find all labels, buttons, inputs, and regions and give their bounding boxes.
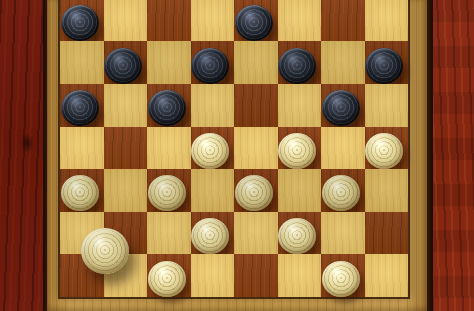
square-r6c2[interactable] [104, 169, 148, 212]
square-r2c4[interactable] [191, 0, 235, 41]
white-piece[interactable] [278, 218, 316, 254]
square-r5c3[interactable] [147, 127, 191, 170]
black-piece[interactable] [61, 90, 99, 126]
square-r6c7[interactable] [321, 169, 365, 212]
square-r4c6[interactable] [278, 84, 322, 127]
white-piece[interactable] [191, 218, 229, 254]
square-r2c7[interactable] [321, 0, 365, 41]
checkers-game-screen [0, 0, 474, 311]
square-r3c4[interactable] [191, 41, 235, 84]
white-piece[interactable] [235, 175, 273, 211]
square-r5c1[interactable] [60, 127, 104, 170]
square-r3c7[interactable] [321, 41, 365, 84]
square-r8c5[interactable] [234, 254, 278, 297]
white-piece[interactable] [322, 261, 360, 297]
black-piece[interactable] [235, 5, 273, 41]
square-r7c3[interactable] [147, 212, 191, 255]
lifted-white-piece[interactable] [81, 228, 129, 274]
square-r4c1[interactable] [60, 84, 104, 127]
black-piece[interactable] [148, 90, 186, 126]
square-r4c2[interactable] [104, 84, 148, 127]
square-r8c8[interactable] [365, 254, 409, 297]
square-r5c2[interactable] [104, 127, 148, 170]
table-wood-right [432, 0, 474, 311]
table-wood-left [0, 0, 44, 311]
square-r6c5[interactable] [234, 169, 278, 212]
square-r2c8[interactable] [365, 0, 409, 41]
frame-seam-left [43, 0, 47, 311]
square-r3c2[interactable] [104, 41, 148, 84]
square-r3c3[interactable] [147, 41, 191, 84]
black-piece[interactable] [365, 48, 403, 84]
square-r2c3[interactable] [147, 0, 191, 41]
square-r7c8[interactable] [365, 212, 409, 255]
square-r5c6[interactable] [278, 127, 322, 170]
black-piece[interactable] [104, 48, 142, 84]
square-r4c5[interactable] [234, 84, 278, 127]
square-r8c3[interactable] [147, 254, 191, 297]
square-r8c7[interactable] [321, 254, 365, 297]
square-r3c8[interactable] [365, 41, 409, 84]
black-piece[interactable] [278, 48, 316, 84]
black-piece[interactable] [322, 90, 360, 126]
white-piece[interactable] [148, 175, 186, 211]
white-piece[interactable] [191, 133, 229, 169]
square-r3c1[interactable] [60, 41, 104, 84]
square-r7c6[interactable] [278, 212, 322, 255]
white-piece[interactable] [365, 133, 403, 169]
square-r2c1[interactable] [60, 0, 104, 41]
white-piece[interactable] [148, 261, 186, 297]
square-r2c6[interactable] [278, 0, 322, 41]
square-r7c5[interactable] [234, 212, 278, 255]
square-r6c1[interactable] [60, 169, 104, 212]
white-piece[interactable] [61, 175, 99, 211]
square-r4c4[interactable] [191, 84, 235, 127]
square-r5c7[interactable] [321, 127, 365, 170]
square-r2c5[interactable] [234, 0, 278, 41]
square-r8c6[interactable] [278, 254, 322, 297]
square-r7c4[interactable] [191, 212, 235, 255]
square-r5c4[interactable] [191, 127, 235, 170]
square-r3c6[interactable] [278, 41, 322, 84]
square-r2c2[interactable] [104, 0, 148, 41]
white-piece[interactable] [322, 175, 360, 211]
square-r3c5[interactable] [234, 41, 278, 84]
square-r4c7[interactable] [321, 84, 365, 127]
white-piece[interactable] [278, 133, 316, 169]
square-r5c8[interactable] [365, 127, 409, 170]
square-r6c3[interactable] [147, 169, 191, 212]
square-r5c5[interactable] [234, 127, 278, 170]
frame-seam-right [427, 0, 433, 311]
square-r4c8[interactable] [365, 84, 409, 127]
square-r4c3[interactable] [147, 84, 191, 127]
square-r6c6[interactable] [278, 169, 322, 212]
square-r8c4[interactable] [191, 254, 235, 297]
square-r6c4[interactable] [191, 169, 235, 212]
black-piece[interactable] [61, 5, 99, 41]
square-r7c7[interactable] [321, 212, 365, 255]
black-piece[interactable] [191, 48, 229, 84]
square-r6c8[interactable] [365, 169, 409, 212]
